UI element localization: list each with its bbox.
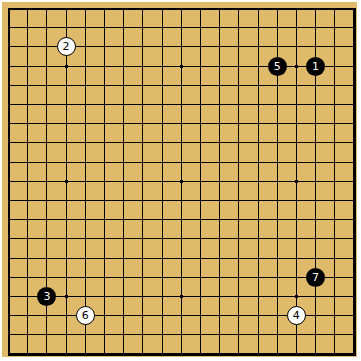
stone-black-move-1[interactable]: 1 [306,57,325,76]
stone-white-move-2[interactable]: 2 [57,37,76,56]
stone-black-move-5[interactable]: 5 [268,57,287,76]
diagram-background: 1234567 [0,0,361,361]
stone-black-move-7[interactable]: 7 [306,268,325,287]
board-grid[interactable]: 1234567 [0,0,361,361]
stone-white-move-4[interactable]: 4 [287,306,306,325]
stone-white-move-6[interactable]: 6 [76,306,95,325]
go-board[interactable]: 1234567 [2,2,357,357]
stone-black-move-3[interactable]: 3 [37,287,56,306]
